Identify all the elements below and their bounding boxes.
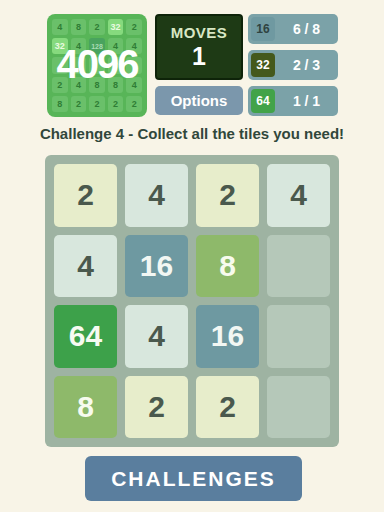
challenge-progress-list: 166 / 8322 / 3641 / 1 bbox=[248, 14, 338, 116]
moves-value: 1 bbox=[192, 42, 206, 71]
app-root: 482322324128442488482222 4096 MOVES 1 Op… bbox=[0, 0, 384, 512]
moves-box: MOVES 1 bbox=[155, 14, 243, 80]
logo-mini-tile: 8 bbox=[71, 19, 87, 35]
logo-mini-tile: 2 bbox=[89, 96, 105, 112]
board-tile-2: 2 bbox=[125, 376, 188, 439]
options-button[interactable]: Options bbox=[155, 86, 243, 115]
challenge-progress-text: 1 / 1 bbox=[275, 93, 338, 109]
challenge-tile-badge: 32 bbox=[251, 53, 275, 77]
challenge-progress-row: 166 / 8 bbox=[248, 14, 338, 44]
board-tile-64: 64 bbox=[54, 305, 117, 368]
game-logo: 482322324128442488482222 4096 bbox=[47, 14, 147, 117]
challenge-progress-row: 322 / 3 bbox=[248, 50, 338, 80]
logo-mini-tile: 8 bbox=[52, 96, 68, 112]
board-tile-4: 4 bbox=[125, 305, 188, 368]
board-tile-4: 4 bbox=[125, 164, 188, 227]
challenge-progress-row: 641 / 1 bbox=[248, 86, 338, 116]
board-tile-16: 16 bbox=[125, 235, 188, 298]
board-tile-8: 8 bbox=[54, 376, 117, 439]
logo-mini-tile: 4 bbox=[52, 19, 68, 35]
logo-mini-tile: 2 bbox=[89, 19, 105, 35]
moves-label: MOVES bbox=[171, 24, 228, 41]
board-empty-cell bbox=[267, 305, 330, 368]
challenge-tile-badge: 64 bbox=[251, 89, 275, 113]
board-tile-4: 4 bbox=[267, 164, 330, 227]
logo-mini-tile: 2 bbox=[126, 96, 142, 112]
board-empty-cell bbox=[267, 376, 330, 439]
board-empty-cell bbox=[267, 235, 330, 298]
board-tile-2: 2 bbox=[196, 164, 259, 227]
challenge-tile-badge: 16 bbox=[251, 17, 275, 41]
logo-mini-tile: 2 bbox=[71, 96, 87, 112]
challenge-progress-text: 6 / 8 bbox=[275, 21, 338, 37]
logo-title: 4096 bbox=[57, 42, 138, 87]
logo-mini-tile: 2 bbox=[126, 19, 142, 35]
challenges-button[interactable]: CHALLENGES bbox=[85, 456, 302, 501]
game-board[interactable]: 2424416864416822 bbox=[45, 155, 339, 447]
board-tile-2: 2 bbox=[196, 376, 259, 439]
board-tile-8: 8 bbox=[196, 235, 259, 298]
logo-mini-tile: 2 bbox=[108, 96, 124, 112]
board-tile-2: 2 bbox=[54, 164, 117, 227]
board-tile-16: 16 bbox=[196, 305, 259, 368]
logo-mini-tile: 32 bbox=[108, 19, 124, 35]
board-tile-4: 4 bbox=[54, 235, 117, 298]
challenge-heading: Challenge 4 - Collect all the tiles you … bbox=[0, 125, 384, 142]
challenge-progress-text: 2 / 3 bbox=[275, 57, 338, 73]
